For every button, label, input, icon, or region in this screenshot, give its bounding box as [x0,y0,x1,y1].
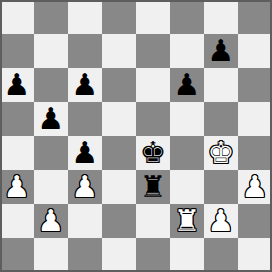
white-king: ♚ [208,136,235,170]
black-rook: ♜ [140,170,167,204]
square-c2[interactable] [68,204,102,238]
square-f3[interactable] [170,170,204,204]
square-a2[interactable] [0,204,34,238]
square-h6[interactable] [238,68,272,102]
square-e6[interactable] [136,68,170,102]
white-pawn: ♟ [242,170,269,204]
square-c8[interactable] [68,0,102,34]
square-a7[interactable] [0,34,34,68]
black-king: ♚ [140,136,167,170]
square-c6[interactable]: ♟ [68,68,102,102]
black-pawn: ♟ [72,136,99,170]
square-h8[interactable] [238,0,272,34]
square-e4[interactable]: ♚ [136,136,170,170]
square-b8[interactable] [34,0,68,34]
square-f5[interactable] [170,102,204,136]
square-d7[interactable] [102,34,136,68]
black-pawn: ♟ [72,68,99,102]
square-h3[interactable]: ♟ [238,170,272,204]
square-b7[interactable] [34,34,68,68]
square-d3[interactable] [102,170,136,204]
square-h1[interactable] [238,238,272,272]
square-d2[interactable] [102,204,136,238]
white-pawn: ♟ [4,170,31,204]
chess-board: ♟♟♟♟♟♟♚♚♟♟♜♟♟♜♟ [0,0,272,272]
square-c7[interactable] [68,34,102,68]
square-a5[interactable] [0,102,34,136]
square-a3[interactable]: ♟ [0,170,34,204]
square-a4[interactable] [0,136,34,170]
square-c4[interactable]: ♟ [68,136,102,170]
white-rook: ♜ [174,204,201,238]
square-c3[interactable]: ♟ [68,170,102,204]
square-e2[interactable] [136,204,170,238]
square-g5[interactable] [204,102,238,136]
square-b1[interactable] [34,238,68,272]
black-pawn: ♟ [4,68,31,102]
white-pawn: ♟ [72,170,99,204]
square-b3[interactable] [34,170,68,204]
square-e3[interactable]: ♜ [136,170,170,204]
square-f6[interactable]: ♟ [170,68,204,102]
square-h7[interactable] [238,34,272,68]
square-c1[interactable] [68,238,102,272]
square-a8[interactable] [0,0,34,34]
square-g6[interactable] [204,68,238,102]
square-d5[interactable] [102,102,136,136]
square-e7[interactable] [136,34,170,68]
square-d6[interactable] [102,68,136,102]
square-e5[interactable] [136,102,170,136]
square-a6[interactable]: ♟ [0,68,34,102]
square-c5[interactable] [68,102,102,136]
black-pawn: ♟ [38,102,65,136]
square-h4[interactable] [238,136,272,170]
square-f8[interactable] [170,0,204,34]
chess-diagram: ♟♟♟♟♟♟♚♚♟♟♜♟♟♜♟ [0,0,272,272]
square-g8[interactable] [204,0,238,34]
square-d8[interactable] [102,0,136,34]
square-f1[interactable] [170,238,204,272]
square-b6[interactable] [34,68,68,102]
square-b5[interactable]: ♟ [34,102,68,136]
square-d4[interactable] [102,136,136,170]
black-pawn: ♟ [174,68,201,102]
square-e8[interactable] [136,0,170,34]
square-h2[interactable] [238,204,272,238]
square-g1[interactable] [204,238,238,272]
white-pawn: ♟ [38,204,65,238]
square-g4[interactable]: ♚ [204,136,238,170]
square-g3[interactable] [204,170,238,204]
square-f4[interactable] [170,136,204,170]
square-b4[interactable] [34,136,68,170]
square-e1[interactable] [136,238,170,272]
black-pawn: ♟ [208,34,235,68]
square-f7[interactable] [170,34,204,68]
square-h5[interactable] [238,102,272,136]
square-g7[interactable]: ♟ [204,34,238,68]
square-f2[interactable]: ♜ [170,204,204,238]
square-b2[interactable]: ♟ [34,204,68,238]
square-a1[interactable] [0,238,34,272]
white-pawn: ♟ [208,204,235,238]
square-g2[interactable]: ♟ [204,204,238,238]
square-d1[interactable] [102,238,136,272]
